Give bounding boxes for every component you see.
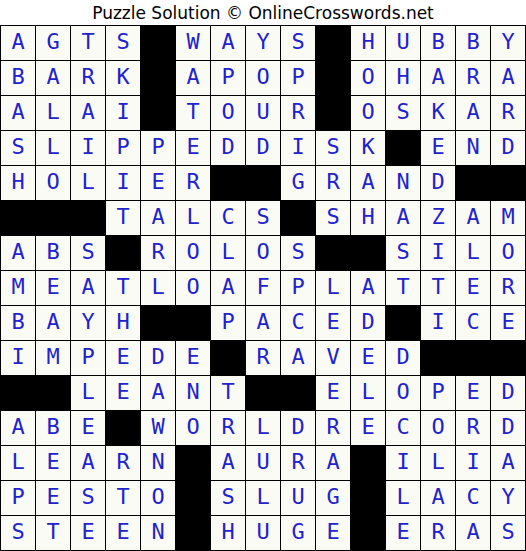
cell-r9c15: E: [491, 306, 526, 341]
cell-r13c15: A: [491, 446, 526, 481]
cell-r15c3: E: [71, 516, 106, 551]
cell-r3c6: T: [176, 96, 211, 131]
cell-r1c7: A: [211, 26, 246, 61]
cell-r13c13: L: [421, 446, 456, 481]
cell-r5c5: E: [141, 166, 176, 201]
cell-r6c4: T: [106, 201, 141, 236]
black-cell-r1c5: [141, 26, 176, 61]
cell-r11c7: T: [211, 376, 246, 411]
black-cell-r5c7: [211, 166, 246, 201]
cell-r11c10: E: [316, 376, 351, 411]
cell-r4c9: I: [281, 131, 316, 166]
cell-r2c4: K: [106, 61, 141, 96]
cell-r8c14: E: [456, 271, 491, 306]
cell-r13c8: U: [246, 446, 281, 481]
black-cell-r10c14: [456, 341, 491, 376]
black-cell-r6c1: [1, 201, 36, 236]
cell-r2c2: A: [36, 61, 71, 96]
cell-r11c14: E: [456, 376, 491, 411]
cell-r10c6: E: [176, 341, 211, 376]
cell-r7c3: S: [71, 236, 106, 271]
cell-r14c4: T: [106, 481, 141, 516]
page-title: Puzzle Solution © OnlineCrosswords.net: [0, 0, 526, 25]
cell-r14c5: O: [141, 481, 176, 516]
black-cell-r10c15: [491, 341, 526, 376]
black-cell-r2c10: [316, 61, 351, 96]
cell-r13c4: R: [106, 446, 141, 481]
cell-r1c6: W: [176, 26, 211, 61]
cell-r5c4: I: [106, 166, 141, 201]
cell-r14c3: S: [71, 481, 106, 516]
cell-r8c1: M: [1, 271, 36, 306]
cell-r14c15: Y: [491, 481, 526, 516]
cell-r8c7: A: [211, 271, 246, 306]
cell-r6c6: L: [176, 201, 211, 236]
cell-r5c6: R: [176, 166, 211, 201]
cell-r5c3: L: [71, 166, 106, 201]
cell-r13c7: A: [211, 446, 246, 481]
cell-r1c13: B: [421, 26, 456, 61]
cell-r13c1: L: [1, 446, 36, 481]
cell-r12c8: L: [246, 411, 281, 446]
cell-r7c14: L: [456, 236, 491, 271]
cell-r13c12: I: [386, 446, 421, 481]
black-cell-r2c5: [141, 61, 176, 96]
cell-r4c3: I: [71, 131, 106, 166]
cell-r15c12: E: [386, 516, 421, 551]
black-cell-r14c6: [176, 481, 211, 516]
black-cell-r7c4: [106, 236, 141, 271]
cell-r7c6: O: [176, 236, 211, 271]
cell-r3c4: I: [106, 96, 141, 131]
cell-r13c10: A: [316, 446, 351, 481]
cell-r11c15: D: [491, 376, 526, 411]
cell-r15c8: U: [246, 516, 281, 551]
cell-r3c15: R: [491, 96, 526, 131]
cell-r1c9: S: [281, 26, 316, 61]
black-cell-r11c2: [36, 376, 71, 411]
cell-r7c15: O: [491, 236, 526, 271]
cell-r8c11: A: [351, 271, 386, 306]
cell-r4c8: D: [246, 131, 281, 166]
black-cell-r14c11: [351, 481, 386, 516]
cell-r11c6: N: [176, 376, 211, 411]
cell-r4c15: D: [491, 131, 526, 166]
cell-r9c1: B: [1, 306, 36, 341]
puzzle-solution-page: Puzzle Solution © OnlineCrosswords.net A…: [0, 0, 526, 551]
cell-r15c2: T: [36, 516, 71, 551]
cell-r10c11: E: [351, 341, 386, 376]
black-cell-r4c12: [386, 131, 421, 166]
cell-r3c2: L: [36, 96, 71, 131]
cell-r2c6: A: [176, 61, 211, 96]
cell-r14c9: U: [281, 481, 316, 516]
black-cell-r9c12: [386, 306, 421, 341]
cell-r14c8: L: [246, 481, 281, 516]
black-cell-r10c13: [421, 341, 456, 376]
cell-r15c10: E: [316, 516, 351, 551]
cell-r12c5: W: [141, 411, 176, 446]
cell-r8c9: P: [281, 271, 316, 306]
cell-r3c7: O: [211, 96, 246, 131]
cell-r6c13: Z: [421, 201, 456, 236]
cell-r10c4: E: [106, 341, 141, 376]
cell-r3c3: A: [71, 96, 106, 131]
cell-r15c15: S: [491, 516, 526, 551]
cell-r12c7: R: [211, 411, 246, 446]
cell-r15c13: R: [421, 516, 456, 551]
cell-r5c9: G: [281, 166, 316, 201]
cell-r15c14: A: [456, 516, 491, 551]
cell-r2c8: O: [246, 61, 281, 96]
cell-r15c7: H: [211, 516, 246, 551]
cell-r3c8: U: [246, 96, 281, 131]
cell-r1c3: T: [71, 26, 106, 61]
cell-r2c7: P: [211, 61, 246, 96]
cell-r1c2: G: [36, 26, 71, 61]
crossword-grid: AGTSWAYSHUBBYBARKAPOPOHARAALAITOUROSKARS…: [0, 25, 526, 551]
cell-r10c5: D: [141, 341, 176, 376]
cell-r7c1: A: [1, 236, 36, 271]
cell-r11c12: O: [386, 376, 421, 411]
cell-r12c11: E: [351, 411, 386, 446]
cell-r7c12: S: [386, 236, 421, 271]
cell-r7c5: R: [141, 236, 176, 271]
black-cell-r6c9: [281, 201, 316, 236]
cell-r9c10: E: [316, 306, 351, 341]
cell-r15c5: N: [141, 516, 176, 551]
cell-r14c7: S: [211, 481, 246, 516]
cell-r12c3: E: [71, 411, 106, 446]
cell-r9c11: D: [351, 306, 386, 341]
cell-r11c11: L: [351, 376, 386, 411]
cell-r15c1: S: [1, 516, 36, 551]
cell-r6c7: C: [211, 201, 246, 236]
cell-r8c15: R: [491, 271, 526, 306]
black-cell-r9c5: [141, 306, 176, 341]
cell-r7c8: O: [246, 236, 281, 271]
cell-r12c10: R: [316, 411, 351, 446]
cell-r8c13: T: [421, 271, 456, 306]
cell-r5c12: N: [386, 166, 421, 201]
cell-r8c2: E: [36, 271, 71, 306]
cell-r11c3: L: [71, 376, 106, 411]
cell-r6c11: H: [351, 201, 386, 236]
cell-r1c11: H: [351, 26, 386, 61]
cell-r1c1: A: [1, 26, 36, 61]
cell-r1c8: Y: [246, 26, 281, 61]
cell-r13c9: R: [281, 446, 316, 481]
cell-r10c2: M: [36, 341, 71, 376]
cell-r1c4: S: [106, 26, 141, 61]
cell-r7c2: B: [36, 236, 71, 271]
cell-r5c1: H: [1, 166, 36, 201]
cell-r4c4: P: [106, 131, 141, 166]
black-cell-r6c2: [36, 201, 71, 236]
cell-r5c13: D: [421, 166, 456, 201]
cell-r14c12: L: [386, 481, 421, 516]
cell-r4c7: D: [211, 131, 246, 166]
cell-r8c8: F: [246, 271, 281, 306]
cell-r8c3: A: [71, 271, 106, 306]
cell-r12c15: D: [491, 411, 526, 446]
cell-r2c3: R: [71, 61, 106, 96]
cell-r9c4: H: [106, 306, 141, 341]
cell-r1c12: U: [386, 26, 421, 61]
cell-r4c5: P: [141, 131, 176, 166]
cell-r4c6: E: [176, 131, 211, 166]
cell-r12c14: R: [456, 411, 491, 446]
cell-r4c13: E: [421, 131, 456, 166]
black-cell-r12c4: [106, 411, 141, 446]
cell-r5c10: R: [316, 166, 351, 201]
cell-r8c4: T: [106, 271, 141, 306]
cell-r12c1: A: [1, 411, 36, 446]
cell-r6c8: S: [246, 201, 281, 236]
black-cell-r13c6: [176, 446, 211, 481]
cell-r2c15: A: [491, 61, 526, 96]
cell-r1c14: B: [456, 26, 491, 61]
cell-r11c4: E: [106, 376, 141, 411]
cell-r7c13: I: [421, 236, 456, 271]
black-cell-r13c11: [351, 446, 386, 481]
cell-r2c13: A: [421, 61, 456, 96]
cell-r6c14: A: [456, 201, 491, 236]
cell-r13c5: N: [141, 446, 176, 481]
cell-r10c10: V: [316, 341, 351, 376]
black-cell-r9c6: [176, 306, 211, 341]
cell-r12c12: C: [386, 411, 421, 446]
black-cell-r7c11: [351, 236, 386, 271]
cell-r12c9: D: [281, 411, 316, 446]
cell-r9c14: C: [456, 306, 491, 341]
cell-r4c2: L: [36, 131, 71, 166]
black-cell-r11c1: [1, 376, 36, 411]
black-cell-r3c10: [316, 96, 351, 131]
cell-r10c1: I: [1, 341, 36, 376]
black-cell-r15c6: [176, 516, 211, 551]
black-cell-r7c10: [316, 236, 351, 271]
cell-r4c1: S: [1, 131, 36, 166]
cell-r10c9: A: [281, 341, 316, 376]
cell-r13c2: E: [36, 446, 71, 481]
cell-r4c11: K: [351, 131, 386, 166]
cell-r1c15: Y: [491, 26, 526, 61]
cell-r9c8: A: [246, 306, 281, 341]
cell-r2c12: H: [386, 61, 421, 96]
cell-r5c11: A: [351, 166, 386, 201]
cell-r11c5: A: [141, 376, 176, 411]
black-cell-r1c10: [316, 26, 351, 61]
black-cell-r10c7: [211, 341, 246, 376]
cell-r2c14: R: [456, 61, 491, 96]
cell-r2c11: O: [351, 61, 386, 96]
cell-r15c9: G: [281, 516, 316, 551]
cell-r9c3: Y: [71, 306, 106, 341]
cell-r8c12: T: [386, 271, 421, 306]
cell-r12c2: B: [36, 411, 71, 446]
cell-r2c9: P: [281, 61, 316, 96]
black-cell-r11c9: [281, 376, 316, 411]
cell-r3c13: K: [421, 96, 456, 131]
black-cell-r5c15: [491, 166, 526, 201]
cell-r3c11: O: [351, 96, 386, 131]
cell-r6c12: A: [386, 201, 421, 236]
cell-r9c7: P: [211, 306, 246, 341]
black-cell-r3c5: [141, 96, 176, 131]
cell-r3c9: R: [281, 96, 316, 131]
cell-r14c14: C: [456, 481, 491, 516]
cell-r10c12: D: [386, 341, 421, 376]
cell-r12c6: O: [176, 411, 211, 446]
cell-r6c15: M: [491, 201, 526, 236]
cell-r4c10: S: [316, 131, 351, 166]
cell-r11c13: P: [421, 376, 456, 411]
cell-r14c2: E: [36, 481, 71, 516]
black-cell-r6c3: [71, 201, 106, 236]
cell-r8c10: L: [316, 271, 351, 306]
cell-r3c12: S: [386, 96, 421, 131]
cell-r7c7: L: [211, 236, 246, 271]
cell-r3c14: A: [456, 96, 491, 131]
black-cell-r11c8: [246, 376, 281, 411]
cell-r7c9: S: [281, 236, 316, 271]
cell-r4c14: N: [456, 131, 491, 166]
cell-r5c2: O: [36, 166, 71, 201]
cell-r14c10: G: [316, 481, 351, 516]
black-cell-r5c8: [246, 166, 281, 201]
cell-r6c5: A: [141, 201, 176, 236]
cell-r14c1: P: [1, 481, 36, 516]
cell-r14c13: A: [421, 481, 456, 516]
cell-r10c3: P: [71, 341, 106, 376]
cell-r2c1: B: [1, 61, 36, 96]
black-cell-r5c14: [456, 166, 491, 201]
cell-r9c13: I: [421, 306, 456, 341]
cell-r10c8: R: [246, 341, 281, 376]
cell-r13c14: I: [456, 446, 491, 481]
cell-r6c10: S: [316, 201, 351, 236]
cell-r8c5: L: [141, 271, 176, 306]
cell-r3c1: A: [1, 96, 36, 131]
cell-r9c2: A: [36, 306, 71, 341]
cell-r9c9: C: [281, 306, 316, 341]
cell-r13c3: A: [71, 446, 106, 481]
cell-r15c4: E: [106, 516, 141, 551]
cell-r12c13: O: [421, 411, 456, 446]
cell-r8c6: O: [176, 271, 211, 306]
black-cell-r15c11: [351, 516, 386, 551]
